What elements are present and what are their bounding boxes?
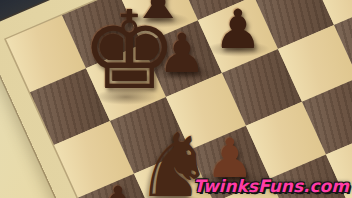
photo-frame: ♝♚♟♟♟♞♟ TwinksFuns.com: [0, 0, 352, 198]
chess-board: [0, 0, 352, 198]
watermark-text: TwinksFuns.com: [193, 176, 349, 196]
board-squares: [6, 0, 352, 198]
